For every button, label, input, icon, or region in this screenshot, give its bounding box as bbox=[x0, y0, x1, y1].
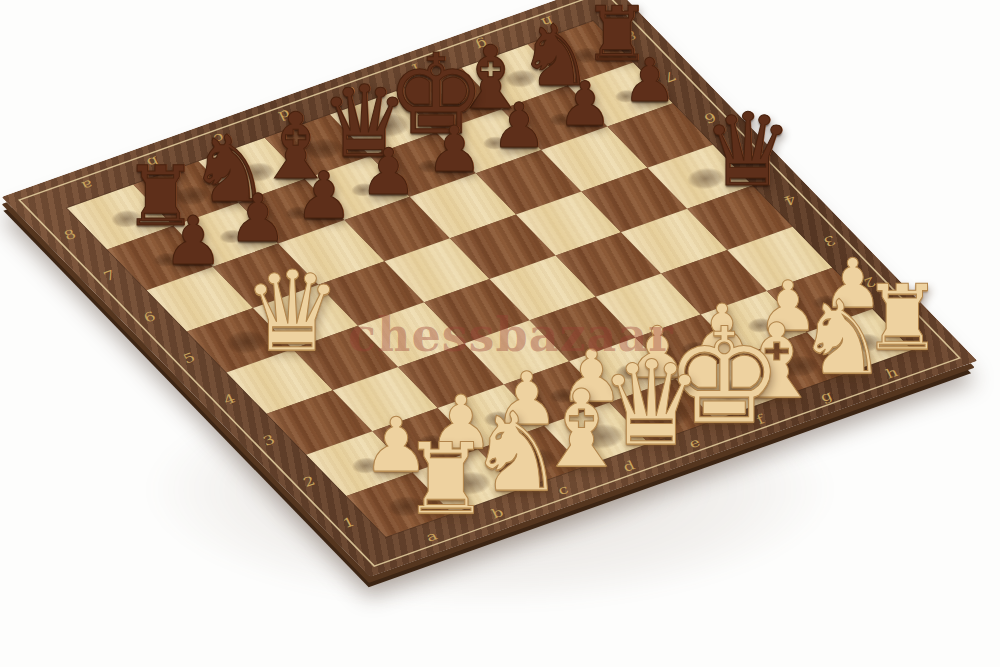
rank-label-left-5: 5 bbox=[178, 352, 198, 366]
rank-label-left-4: 4 bbox=[218, 393, 238, 407]
file-label-top-a: a bbox=[79, 178, 98, 191]
rank-label-left-8: 8 bbox=[58, 228, 78, 242]
product-photo-scene: 8877665544332211aabbccddeeffgghh ♜♞♟♝♟♚♟… bbox=[0, 0, 1000, 667]
rank-label-left-7: 7 bbox=[98, 269, 118, 283]
rank-label-left-2: 2 bbox=[298, 475, 318, 489]
rank-label-left-3: 3 bbox=[258, 434, 278, 448]
rank-label-left-1: 1 bbox=[337, 516, 357, 530]
rank-label-left-6: 6 bbox=[138, 311, 158, 325]
